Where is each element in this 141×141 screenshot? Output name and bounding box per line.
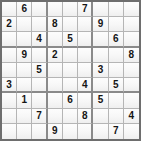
given-digit: 5: [67, 34, 73, 44]
cell-r6c1[interactable]: 3: [2, 78, 17, 93]
cell-r5c5[interactable]: [63, 63, 78, 78]
cell-r3c3[interactable]: 4: [32, 32, 47, 47]
cell-r3c2[interactable]: [17, 32, 32, 47]
cell-r7c4[interactable]: [48, 93, 63, 108]
cell-r2c4[interactable]: 8: [48, 17, 63, 32]
given-digit: 6: [113, 34, 119, 44]
cell-r3c4[interactable]: [48, 32, 63, 47]
cell-r8c7[interactable]: [93, 109, 108, 124]
given-digit: 1: [22, 95, 28, 105]
cell-r9c8[interactable]: 7: [109, 124, 124, 139]
cell-r3c8[interactable]: 6: [109, 32, 124, 47]
cell-r7c9[interactable]: [124, 93, 139, 108]
cell-r2c8[interactable]: [109, 17, 124, 32]
given-digit: 7: [36, 111, 42, 121]
given-digit: 6: [67, 95, 73, 105]
cell-r1c9[interactable]: [124, 2, 139, 17]
given-digit: 7: [113, 126, 119, 136]
given-digit: 5: [36, 65, 42, 75]
cell-r9c9[interactable]: [124, 124, 139, 139]
cell-r8c6[interactable]: 8: [78, 109, 93, 124]
given-digit: 2: [6, 19, 12, 29]
cell-r9c3[interactable]: [32, 124, 47, 139]
cell-r1c6[interactable]: 7: [78, 2, 93, 17]
cell-r4c8[interactable]: [109, 48, 124, 63]
cell-r6c7[interactable]: [93, 78, 108, 93]
cell-r1c2[interactable]: 6: [17, 2, 32, 17]
given-digit: 6: [22, 4, 28, 14]
cell-r9c5[interactable]: [63, 124, 78, 139]
cell-r7c8[interactable]: [109, 93, 124, 108]
given-digit: 5: [98, 95, 104, 105]
given-digit: 8: [52, 19, 58, 29]
cell-r8c5[interactable]: [63, 109, 78, 124]
given-digit: 9: [98, 19, 104, 29]
cell-r2c3[interactable]: [32, 17, 47, 32]
cell-r6c2[interactable]: [17, 78, 32, 93]
cell-r3c6[interactable]: [78, 32, 93, 47]
cell-r9c2[interactable]: [17, 124, 32, 139]
cell-r4c2[interactable]: 9: [17, 48, 32, 63]
given-digit: 7: [82, 4, 88, 14]
cell-r4c9[interactable]: 8: [124, 48, 139, 63]
cell-r1c5[interactable]: [63, 2, 78, 17]
cell-r2c7[interactable]: 9: [93, 17, 108, 32]
cell-r7c6[interactable]: [78, 93, 93, 108]
given-digit: 9: [52, 126, 58, 136]
cell-r5c8[interactable]: [109, 63, 124, 78]
cell-r7c5[interactable]: 6: [63, 93, 78, 108]
cell-r3c1[interactable]: [2, 32, 17, 47]
cell-r8c9[interactable]: 4: [124, 109, 139, 124]
cell-r8c1[interactable]: [2, 109, 17, 124]
cell-r2c2[interactable]: [17, 17, 32, 32]
cell-r1c3[interactable]: [32, 2, 47, 17]
given-digit: 9: [22, 50, 28, 60]
cell-r1c7[interactable]: [93, 2, 108, 17]
given-digit: 4: [36, 34, 42, 44]
cell-r4c1[interactable]: [2, 48, 17, 63]
cell-r8c3[interactable]: 7: [32, 109, 47, 124]
cell-r5c2[interactable]: [17, 63, 32, 78]
given-digit: 4: [129, 111, 135, 121]
cell-r4c5[interactable]: [63, 48, 78, 63]
cell-r7c2[interactable]: 1: [17, 93, 32, 108]
cell-r7c1[interactable]: [2, 93, 17, 108]
cell-r9c6[interactable]: [78, 124, 93, 139]
cell-r4c6[interactable]: [78, 48, 93, 63]
given-digit: 3: [6, 80, 12, 90]
cell-r5c7[interactable]: 3: [93, 63, 108, 78]
given-digit: 8: [129, 50, 135, 60]
cell-r3c5[interactable]: 5: [63, 32, 78, 47]
cell-r1c8[interactable]: [109, 2, 124, 17]
cell-r5c4[interactable]: [48, 63, 63, 78]
cell-r5c9[interactable]: [124, 63, 139, 78]
cell-r7c7[interactable]: 5: [93, 93, 108, 108]
cell-r9c1[interactable]: [2, 124, 17, 139]
cell-r6c5[interactable]: [63, 78, 78, 93]
cell-r5c1[interactable]: [2, 63, 17, 78]
cell-r7c3[interactable]: [32, 93, 47, 108]
cell-r5c3[interactable]: 5: [32, 63, 47, 78]
cell-r9c4[interactable]: 9: [48, 124, 63, 139]
cell-r8c4[interactable]: [48, 109, 63, 124]
cell-r6c9[interactable]: [124, 78, 139, 93]
cell-r3c9[interactable]: [124, 32, 139, 47]
cell-r6c3[interactable]: [32, 78, 47, 93]
given-digit: 3: [98, 65, 104, 75]
cell-r2c9[interactable]: [124, 17, 139, 32]
cell-r3c7[interactable]: [93, 32, 108, 47]
cell-r6c6[interactable]: 4: [78, 78, 93, 93]
cell-r6c8[interactable]: 5: [109, 78, 124, 93]
cell-r8c8[interactable]: [109, 109, 124, 124]
cell-r4c4[interactable]: 2: [48, 48, 63, 63]
cell-r4c7[interactable]: [93, 48, 108, 63]
cell-r1c1[interactable]: [2, 2, 17, 17]
sudoku-board: 672894569285334516578497: [0, 0, 141, 141]
given-digit: 4: [82, 80, 88, 90]
given-digit: 5: [113, 80, 119, 90]
cell-r2c1[interactable]: 2: [2, 17, 17, 32]
cell-r4c3[interactable]: [32, 48, 47, 63]
cell-r9c7[interactable]: [93, 124, 108, 139]
given-digit: 8: [82, 111, 88, 121]
given-digit: 2: [52, 50, 58, 60]
cell-r2c5[interactable]: [63, 17, 78, 32]
cell-r2c6[interactable]: [78, 17, 93, 32]
cell-r1c4[interactable]: [48, 2, 63, 17]
cell-r6c4[interactable]: [48, 78, 63, 93]
cell-r5c6[interactable]: [78, 63, 93, 78]
cell-r8c2[interactable]: [17, 109, 32, 124]
